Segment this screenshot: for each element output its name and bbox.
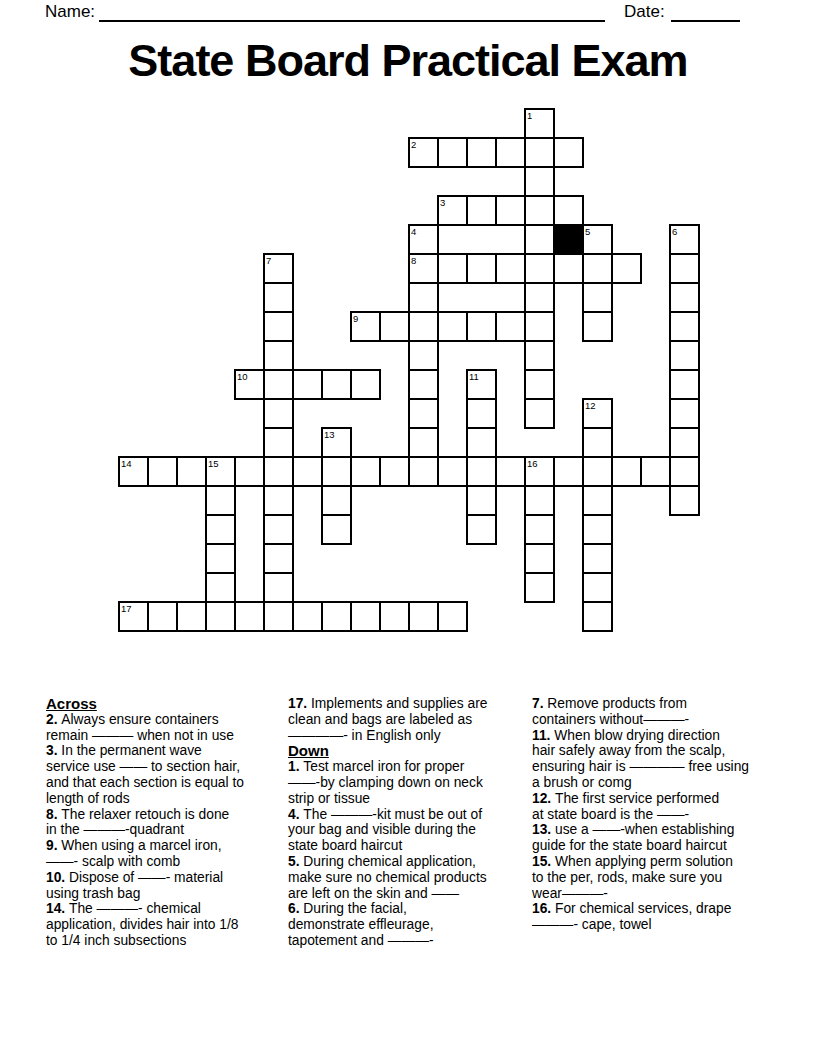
grid-cell[interactable] xyxy=(582,543,613,574)
grid-cell[interactable] xyxy=(466,311,497,342)
clue-11-line-1: 11. When blow drying direction xyxy=(532,728,749,744)
grid-cell[interactable] xyxy=(466,427,497,458)
grid-cell[interactable] xyxy=(669,485,700,516)
clue-15-line-1: 15. When applying perm solution xyxy=(532,854,749,870)
clue-5-line-1: 5. During chemical application, xyxy=(288,854,487,870)
grid-cell[interactable] xyxy=(495,456,526,487)
grid-cell[interactable] xyxy=(263,340,294,371)
grid-cell[interactable] xyxy=(234,456,265,487)
clue-1-number: 1. xyxy=(288,759,303,774)
clue-15-line-2: to the per, rods, make sure you xyxy=(532,870,749,886)
grid-clue-number: 2 xyxy=(411,140,416,150)
clue-10-line-1: 10. Dispose of ——- material xyxy=(46,870,244,886)
clue-8: 8. The relaxer retouch is donein the ———… xyxy=(46,807,244,839)
clue-7-line-1: 7. Remove products from xyxy=(532,696,749,712)
grid-cell[interactable] xyxy=(466,253,497,284)
date-input-line[interactable] xyxy=(671,0,740,22)
grid-cell[interactable] xyxy=(205,485,236,516)
clue-10-line-2: using trash bag xyxy=(46,886,244,902)
clue-17-number: 17. xyxy=(288,696,311,711)
clue-9-line-1: 9. When using a marcel iron, xyxy=(46,838,244,854)
clue-14: 14. The ———- chemicalapplication, divide… xyxy=(46,901,244,948)
grid-cell[interactable] xyxy=(408,311,439,342)
grid-cell[interactable] xyxy=(466,398,497,429)
grid-cell[interactable] xyxy=(176,456,207,487)
grid-cell[interactable] xyxy=(321,456,352,487)
grid-cell[interactable] xyxy=(408,427,439,458)
grid-cell[interactable] xyxy=(495,311,526,342)
grid-clue-number: 16 xyxy=(527,459,538,469)
grid-clue-number: 8 xyxy=(411,256,416,266)
clue-column-3: 7. Remove products fromcontainers withou… xyxy=(532,696,749,933)
grid-cell[interactable] xyxy=(669,311,700,342)
grid-cell[interactable] xyxy=(553,456,584,487)
clue-10-number: 10. xyxy=(46,870,69,885)
clue-14-line-2: application, divides hair into 1/8 xyxy=(46,917,244,933)
grid-cell[interactable] xyxy=(495,137,526,168)
grid-cell[interactable] xyxy=(263,543,294,574)
grid-cell-black xyxy=(553,224,584,255)
grid-cell[interactable] xyxy=(408,456,439,487)
clue-6-line-2: demonstrate effleurage, xyxy=(288,917,487,933)
grid-cell[interactable] xyxy=(205,572,236,603)
clue-9-line-2: ——- scalp with comb xyxy=(46,854,244,870)
clue-9: 9. When using a marcel iron,——- scalp wi… xyxy=(46,838,244,870)
grid-clue-number: 4 xyxy=(411,227,416,237)
grid-cell[interactable] xyxy=(466,137,497,168)
grid-cell[interactable] xyxy=(524,514,555,545)
grid-cell[interactable] xyxy=(234,601,265,632)
grid-cell[interactable] xyxy=(263,485,294,516)
clue-2-number: 2. xyxy=(46,712,61,727)
grid-cell[interactable] xyxy=(524,572,555,603)
clue-5-line-2: make sure no chemical products xyxy=(288,870,487,886)
grid-cell[interactable] xyxy=(582,456,613,487)
clue-17-line-3: ————- in English only xyxy=(288,728,487,744)
grid-clue-number: 1 xyxy=(527,111,532,121)
grid-cell[interactable] xyxy=(524,253,555,284)
grid-clue-number: 3 xyxy=(440,198,445,208)
grid-cell[interactable] xyxy=(408,398,439,429)
clue-8-number: 8. xyxy=(46,807,61,822)
grid-cell[interactable] xyxy=(437,456,468,487)
clue-8-line-1: 8. The relaxer retouch is done xyxy=(46,807,244,823)
clue-1: 1. Test marcel iron for proper——-by clam… xyxy=(288,759,487,806)
clue-4-number: 4. xyxy=(288,807,303,822)
grid-cell[interactable] xyxy=(292,601,323,632)
clue-4: 4. The ———-kit must be out ofyour bag an… xyxy=(288,807,487,854)
grid-cell[interactable] xyxy=(524,398,555,429)
grid-cell[interactable] xyxy=(524,137,555,168)
clue-14-line-3: to 1/4 inch subsections xyxy=(46,933,244,949)
grid-cell[interactable] xyxy=(466,514,497,545)
grid-cell[interactable] xyxy=(263,369,294,400)
clue-15-number: 15. xyxy=(532,854,555,869)
clue-13-number: 13. xyxy=(532,822,555,837)
grid-cell[interactable] xyxy=(611,253,642,284)
grid-cell[interactable] xyxy=(582,514,613,545)
page-title: State Board Practical Exam xyxy=(0,36,816,86)
clue-column-2: 17. Implements and supplies areclean and… xyxy=(288,696,487,949)
clue-11-line-2: hair safely away from the scalp, xyxy=(532,743,749,759)
grid-cell[interactable] xyxy=(437,601,468,632)
grid-cell[interactable] xyxy=(466,195,497,226)
grid-clue-number: 5 xyxy=(585,227,590,237)
grid-cell[interactable] xyxy=(669,427,700,458)
grid-clue-number: 17 xyxy=(121,604,132,614)
grid-cell[interactable] xyxy=(669,340,700,371)
grid-cell[interactable] xyxy=(524,311,555,342)
grid-cell[interactable] xyxy=(147,601,178,632)
grid-cell[interactable] xyxy=(263,311,294,342)
clue-11-line-3: ensuring hair is ———— free using xyxy=(532,759,749,775)
clue-4-line-1: 4. The ———-kit must be out of xyxy=(288,807,487,823)
grid-cell[interactable] xyxy=(669,282,700,313)
clue-6-line-1: 6. During the facial, xyxy=(288,901,487,917)
grid-cell[interactable] xyxy=(524,340,555,371)
grid-cell[interactable] xyxy=(263,514,294,545)
grid-cell[interactable] xyxy=(437,253,468,284)
grid-clue-number: 7 xyxy=(266,256,271,266)
clue-4-line-3: state board haircut xyxy=(288,838,487,854)
grid-cell[interactable] xyxy=(669,456,700,487)
grid-cell[interactable] xyxy=(495,253,526,284)
clue-12-line-1: 12. The first service performed xyxy=(532,791,749,807)
grid-cell[interactable] xyxy=(553,253,584,284)
grid-cell[interactable] xyxy=(437,137,468,168)
clue-2-line-1: 2. Always ensure containers xyxy=(46,712,244,728)
clue-15: 15. When applying perm solutionto the pe… xyxy=(532,854,749,901)
clue-11-number: 11. xyxy=(532,728,554,743)
grid-cell[interactable] xyxy=(582,485,613,516)
clue-7-line-2: containers without———- xyxy=(532,712,749,728)
grid-cell[interactable] xyxy=(524,282,555,313)
clue-12: 12. The first service performedat state … xyxy=(532,791,749,823)
grid-cell[interactable] xyxy=(379,311,410,342)
grid-cell[interactable] xyxy=(640,456,671,487)
date-label: Date: xyxy=(624,2,665,22)
grid-clue-number: 13 xyxy=(324,430,335,440)
grid-cell[interactable] xyxy=(524,166,555,197)
grid-cell[interactable] xyxy=(205,601,236,632)
clue-16-line-2: ———- cape, towel xyxy=(532,917,749,933)
clue-6-number: 6. xyxy=(288,901,303,916)
clue-11-line-4: a brush or comg xyxy=(532,775,749,791)
grid-cell[interactable] xyxy=(553,137,584,168)
clue-5-line-3: are left on the skin and —— xyxy=(288,886,487,902)
clue-12-line-2: at state board is the ——- xyxy=(532,807,749,823)
clue-3-line-1: 3. In the permanent wave xyxy=(46,743,244,759)
grid-cell[interactable] xyxy=(582,572,613,603)
grid-cell[interactable] xyxy=(147,456,178,487)
grid-cell[interactable] xyxy=(408,601,439,632)
clues-heading-down: Down xyxy=(288,743,487,759)
clue-column-1: Across2. Always ensure containersremain … xyxy=(46,696,244,949)
clue-16-line-1: 16. For chemical services, drape xyxy=(532,901,749,917)
clue-12-number: 12. xyxy=(532,791,555,806)
grid-cell[interactable] xyxy=(669,253,700,284)
clue-6-line-3: tapotement and ———- xyxy=(288,933,487,949)
clue-14-number: 14. xyxy=(46,901,69,916)
clue-13-line-2: guide for the state board haircut xyxy=(532,838,749,854)
clue-3-line-4: length of rods xyxy=(46,791,244,807)
grid-cell[interactable] xyxy=(263,282,294,313)
grid-clue-number: 9 xyxy=(353,314,358,324)
clue-11: 11. When blow drying directionhair safel… xyxy=(532,728,749,791)
grid-cell[interactable] xyxy=(582,253,613,284)
clue-15-line-3: wear———- xyxy=(532,886,749,902)
crossword-grid: 1234567891011121314151617 xyxy=(118,108,700,632)
grid-cell[interactable] xyxy=(263,427,294,458)
name-label: Name: xyxy=(45,2,95,22)
clue-13-line-1: 13. use a ——-when establishing xyxy=(532,822,749,838)
grid-cell[interactable] xyxy=(292,456,323,487)
grid-clue-number: 10 xyxy=(237,372,248,382)
clue-1-line-2: ——-by clamping down on neck xyxy=(288,775,487,791)
grid-cell[interactable] xyxy=(582,427,613,458)
clue-2: 2. Always ensure containersremain ——— wh… xyxy=(46,712,244,744)
grid-cell[interactable] xyxy=(263,398,294,429)
grid-cell[interactable] xyxy=(263,601,294,632)
clue-7-number: 7. xyxy=(532,696,547,711)
grid-cell[interactable] xyxy=(553,195,584,226)
worksheet-page: Name: Date: State Board Practical Exam 1… xyxy=(0,0,816,1056)
grid-cell[interactable] xyxy=(408,282,439,313)
grid-cell[interactable] xyxy=(350,456,381,487)
grid-clue-number: 6 xyxy=(672,227,677,237)
clue-4-line-2: your bag and visible during the xyxy=(288,822,487,838)
clue-10: 10. Dispose of ——- materialusing trash b… xyxy=(46,870,244,902)
grid-clue-number: 11 xyxy=(469,372,479,382)
grid-cell[interactable] xyxy=(350,369,381,400)
grid-cell[interactable] xyxy=(321,485,352,516)
grid-cell[interactable] xyxy=(176,601,207,632)
grid-cell[interactable] xyxy=(205,514,236,545)
clue-3-line-3: and that each section is equal to xyxy=(46,775,244,791)
grid-cell[interactable] xyxy=(524,195,555,226)
clue-9-number: 9. xyxy=(46,838,61,853)
grid-cell[interactable] xyxy=(350,601,381,632)
clue-17-line-1: 17. Implements and supplies are xyxy=(288,696,487,712)
grid-cell[interactable] xyxy=(437,311,468,342)
grid-cell[interactable] xyxy=(466,456,497,487)
clue-2-line-2: remain ——— when not in use xyxy=(46,728,244,744)
name-input-line[interactable] xyxy=(99,0,605,22)
grid-cell[interactable] xyxy=(466,485,497,516)
grid-cell[interactable] xyxy=(292,369,323,400)
grid-cell[interactable] xyxy=(495,195,526,226)
grid-cell[interactable] xyxy=(205,543,236,574)
grid-cell[interactable] xyxy=(611,456,642,487)
clue-5: 5. During chemical application,make sure… xyxy=(288,854,487,901)
clue-1-line-1: 1. Test marcel iron for proper xyxy=(288,759,487,775)
clue-5-number: 5. xyxy=(288,854,303,869)
clue-17: 17. Implements and supplies areclean and… xyxy=(288,696,487,743)
grid-cell[interactable] xyxy=(669,398,700,429)
clue-3: 3. In the permanent waveservice use —— t… xyxy=(46,743,244,806)
grid-cell[interactable] xyxy=(408,369,439,400)
grid-cell[interactable] xyxy=(263,572,294,603)
grid-cell[interactable] xyxy=(524,485,555,516)
grid-clue-number: 15 xyxy=(208,459,219,469)
clue-6: 6. During the facial,demonstrate effleur… xyxy=(288,901,487,948)
clue-3-number: 3. xyxy=(46,743,61,758)
grid-clue-number: 12 xyxy=(585,401,596,411)
grid-cell[interactable] xyxy=(524,224,555,255)
clue-17-line-2: clean and bags are labeled as xyxy=(288,712,487,728)
clue-8-line-2: in the ———-quadrant xyxy=(46,822,244,838)
grid-clue-number: 14 xyxy=(121,459,132,469)
clues-heading-across: Across xyxy=(46,696,244,712)
grid-cell[interactable] xyxy=(321,514,352,545)
clue-13: 13. use a ——-when establishingguide for … xyxy=(532,822,749,854)
grid-cell[interactable] xyxy=(524,369,555,400)
grid-cell[interactable] xyxy=(524,543,555,574)
grid-cell[interactable] xyxy=(263,456,294,487)
grid-cell[interactable] xyxy=(321,369,352,400)
grid-cell[interactable] xyxy=(582,282,613,313)
clue-14-line-1: 14. The ———- chemical xyxy=(46,901,244,917)
grid-cell[interactable] xyxy=(321,601,352,632)
grid-cell[interactable] xyxy=(408,340,439,371)
grid-cell[interactable] xyxy=(379,456,410,487)
clue-7: 7. Remove products fromcontainers withou… xyxy=(532,696,749,728)
grid-cell[interactable] xyxy=(582,311,613,342)
clue-16: 16. For chemical services, drape———- cap… xyxy=(532,901,749,933)
grid-cell[interactable] xyxy=(379,601,410,632)
grid-cell[interactable] xyxy=(582,601,613,632)
clue-1-line-3: strip or tissue xyxy=(288,791,487,807)
clue-16-number: 16. xyxy=(532,901,555,916)
clue-3-line-2: service use —— to section hair, xyxy=(46,759,244,775)
grid-cell[interactable] xyxy=(669,369,700,400)
